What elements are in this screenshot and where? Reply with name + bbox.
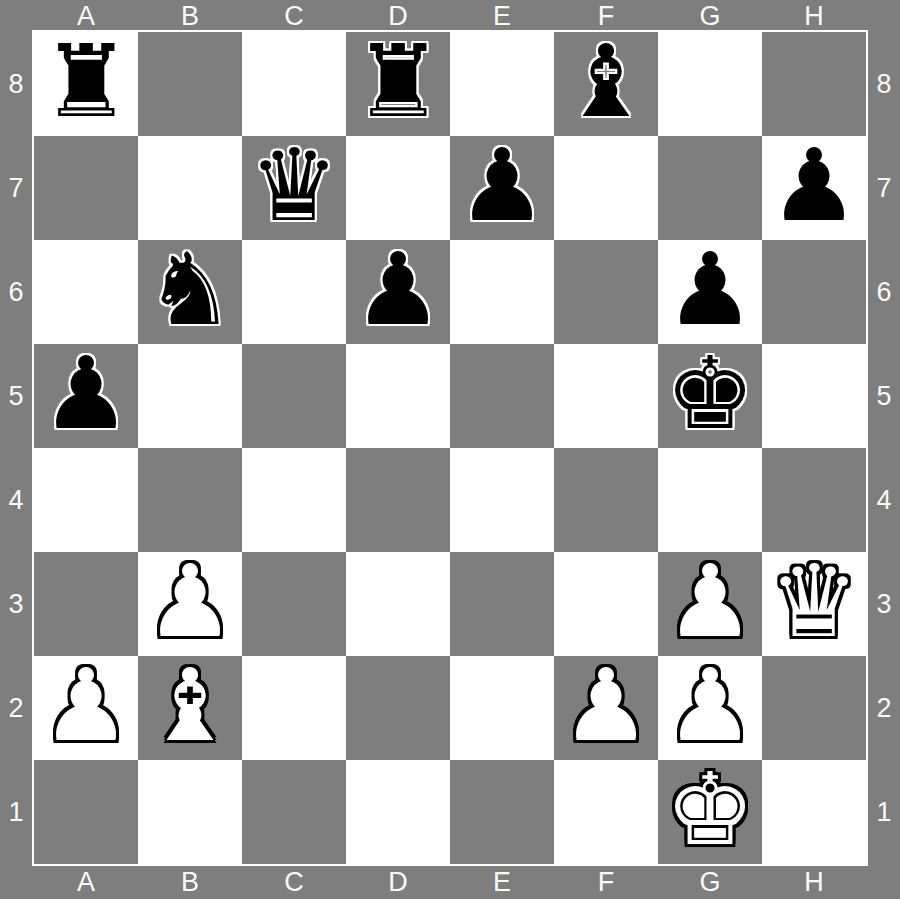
square-e3[interactable] (450, 552, 554, 656)
piece-white-pawn[interactable]: ♟ (665, 656, 755, 756)
square-b1[interactable] (138, 760, 242, 864)
square-g1[interactable]: ♚ (658, 760, 762, 864)
piece-black-pawn[interactable]: ♟ (457, 136, 547, 236)
square-g5[interactable]: ♚ (658, 344, 762, 448)
square-b7[interactable] (138, 136, 242, 240)
square-c2[interactable] (242, 656, 346, 760)
square-e7[interactable]: ♟ (450, 136, 554, 240)
rank-labels-left: 87654321 (0, 32, 32, 864)
square-c5[interactable] (242, 344, 346, 448)
square-b6[interactable]: ♞ (138, 240, 242, 344)
piece-white-bishop[interactable]: ♝ (145, 656, 235, 756)
square-f4[interactable] (554, 448, 658, 552)
piece-black-pawn[interactable]: ♟ (353, 240, 443, 340)
square-f8[interactable]: ♝ (554, 32, 658, 136)
file-labels-top: ABCDEFGH (34, 0, 866, 30)
square-f7[interactable] (554, 136, 658, 240)
square-e8[interactable] (450, 32, 554, 136)
rank-label-6: 6 (0, 240, 32, 344)
square-h6[interactable] (762, 240, 866, 344)
file-label-h: H (762, 866, 866, 899)
piece-white-pawn[interactable]: ♟ (145, 552, 235, 652)
square-e2[interactable] (450, 656, 554, 760)
square-d4[interactable] (346, 448, 450, 552)
square-b4[interactable] (138, 448, 242, 552)
square-a2[interactable]: ♟ (34, 656, 138, 760)
square-g2[interactable]: ♟ (658, 656, 762, 760)
rank-labels-right: 87654321 (868, 32, 900, 864)
file-label-e: E (450, 866, 554, 899)
square-g8[interactable] (658, 32, 762, 136)
square-c6[interactable] (242, 240, 346, 344)
piece-black-queen[interactable]: ♛ (249, 136, 339, 236)
file-label-f: F (554, 866, 658, 899)
square-a5[interactable]: ♟ (34, 344, 138, 448)
piece-black-knight[interactable]: ♞ (145, 240, 235, 340)
square-d3[interactable] (346, 552, 450, 656)
piece-black-rook[interactable]: ♜ (353, 32, 443, 132)
square-b5[interactable] (138, 344, 242, 448)
rank-label-2: 2 (0, 656, 32, 760)
piece-white-king[interactable]: ♚ (665, 760, 755, 860)
square-e4[interactable] (450, 448, 554, 552)
chess-board-frame: ABCDEFGH 87654321 ♜♜♝♛♟♟♞♟♟♟♚♟♟♛♟♝♟♟♚ 87… (0, 0, 900, 899)
piece-black-rook[interactable]: ♜ (41, 32, 131, 132)
square-d2[interactable] (346, 656, 450, 760)
square-h3[interactable]: ♛ (762, 552, 866, 656)
rank-label-1: 1 (868, 760, 900, 864)
file-label-h: H (762, 0, 866, 30)
square-e1[interactable] (450, 760, 554, 864)
rank-label-2: 2 (868, 656, 900, 760)
square-g3[interactable]: ♟ (658, 552, 762, 656)
square-b2[interactable]: ♝ (138, 656, 242, 760)
rank-label-6: 6 (868, 240, 900, 344)
square-f2[interactable]: ♟ (554, 656, 658, 760)
square-d7[interactable] (346, 136, 450, 240)
square-e6[interactable] (450, 240, 554, 344)
square-f1[interactable] (554, 760, 658, 864)
piece-black-pawn[interactable]: ♟ (769, 136, 859, 236)
square-f5[interactable] (554, 344, 658, 448)
file-label-a: A (34, 866, 138, 899)
square-a4[interactable] (34, 448, 138, 552)
file-label-c: C (242, 0, 346, 30)
square-h7[interactable]: ♟ (762, 136, 866, 240)
square-c7[interactable]: ♛ (242, 136, 346, 240)
file-label-g: G (658, 0, 762, 30)
square-c4[interactable] (242, 448, 346, 552)
file-label-b: B (138, 0, 242, 30)
square-b3[interactable]: ♟ (138, 552, 242, 656)
square-a6[interactable] (34, 240, 138, 344)
piece-white-pawn[interactable]: ♟ (561, 656, 651, 756)
file-label-e: E (450, 0, 554, 30)
file-label-g: G (658, 866, 762, 899)
file-label-d: D (346, 866, 450, 899)
rank-label-4: 4 (0, 448, 32, 552)
square-d8[interactable]: ♜ (346, 32, 450, 136)
rank-label-3: 3 (868, 552, 900, 656)
rank-label-1: 1 (0, 760, 32, 864)
square-h4[interactable] (762, 448, 866, 552)
rank-label-3: 3 (0, 552, 32, 656)
piece-white-queen[interactable]: ♛ (769, 552, 859, 652)
square-h8[interactable] (762, 32, 866, 136)
rank-label-5: 5 (0, 344, 32, 448)
rank-label-8: 8 (868, 32, 900, 136)
piece-white-pawn[interactable]: ♟ (41, 656, 131, 756)
rank-label-7: 7 (0, 136, 32, 240)
file-label-c: C (242, 866, 346, 899)
square-f6[interactable] (554, 240, 658, 344)
square-g4[interactable] (658, 448, 762, 552)
square-h5[interactable] (762, 344, 866, 448)
square-g6[interactable]: ♟ (658, 240, 762, 344)
square-f3[interactable] (554, 552, 658, 656)
file-label-b: B (138, 866, 242, 899)
piece-black-bishop[interactable]: ♝ (561, 32, 651, 132)
square-c1[interactable] (242, 760, 346, 864)
square-e5[interactable] (450, 344, 554, 448)
square-h1[interactable] (762, 760, 866, 864)
rank-label-8: 8 (0, 32, 32, 136)
piece-black-pawn[interactable]: ♟ (665, 240, 755, 340)
piece-black-pawn[interactable]: ♟ (41, 344, 131, 444)
square-a7[interactable] (34, 136, 138, 240)
square-c8[interactable] (242, 32, 346, 136)
file-labels-bottom: ABCDEFGH (34, 866, 866, 899)
square-d1[interactable] (346, 760, 450, 864)
square-a8[interactable]: ♜ (34, 32, 138, 136)
square-h2[interactable] (762, 656, 866, 760)
square-a1[interactable] (34, 760, 138, 864)
rank-label-5: 5 (868, 344, 900, 448)
rank-label-7: 7 (868, 136, 900, 240)
square-d6[interactable]: ♟ (346, 240, 450, 344)
square-c3[interactable] (242, 552, 346, 656)
piece-black-king[interactable]: ♚ (665, 344, 755, 444)
rank-label-4: 4 (868, 448, 900, 552)
board: ♜♜♝♛♟♟♞♟♟♟♚♟♟♛♟♝♟♟♚ (32, 30, 868, 866)
square-d5[interactable] (346, 344, 450, 448)
square-g7[interactable] (658, 136, 762, 240)
piece-white-pawn[interactable]: ♟ (665, 552, 755, 652)
square-b8[interactable] (138, 32, 242, 136)
square-a3[interactable] (34, 552, 138, 656)
